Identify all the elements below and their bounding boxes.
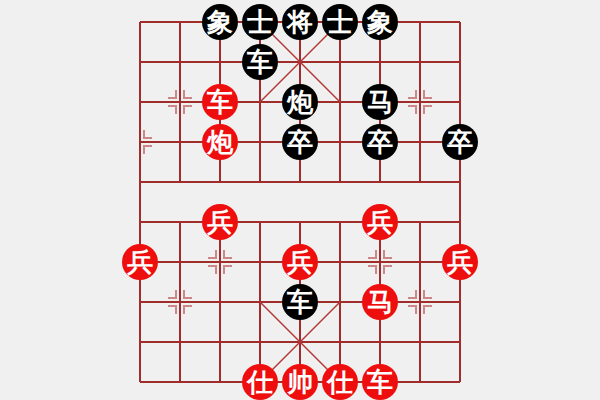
piece-red-soldier-3[interactable]: 兵 [122, 244, 158, 280]
piece-black-elephant-2[interactable]: 象 [362, 4, 398, 40]
piece-red-chariot-2[interactable]: 车 [362, 364, 398, 400]
piece-black-horse-1[interactable]: 马 [362, 84, 398, 120]
piece-red-soldier-2[interactable]: 兵 [362, 204, 398, 240]
piece-red-horse-1[interactable]: 马 [362, 284, 398, 320]
piece-black-soldier-1[interactable]: 卒 [282, 124, 318, 160]
xiangqi-board: 象士将士象车炮马卒卒卒车车炮兵兵兵兵兵马仕帅仕车 [120, 2, 480, 400]
piece-black-cannon-1[interactable]: 炮 [282, 84, 318, 120]
piece-black-elephant-1[interactable]: 象 [202, 4, 238, 40]
piece-red-advisor-2[interactable]: 仕 [322, 364, 358, 400]
piece-black-advisor-1[interactable]: 士 [242, 4, 278, 40]
piece-black-general[interactable]: 将 [282, 4, 318, 40]
piece-black-soldier-3[interactable]: 卒 [442, 124, 478, 160]
piece-black-chariot-2[interactable]: 车 [282, 284, 318, 320]
piece-black-soldier-2[interactable]: 卒 [362, 124, 398, 160]
piece-red-general[interactable]: 帅 [282, 364, 318, 400]
piece-red-cannon-1[interactable]: 炮 [202, 124, 238, 160]
piece-red-soldier-4[interactable]: 兵 [282, 244, 318, 280]
piece-red-advisor-1[interactable]: 仕 [242, 364, 278, 400]
xiangqi-app: 象士将士象车炮马卒卒卒车车炮兵兵兵兵兵马仕帅仕车 [0, 0, 600, 400]
piece-red-soldier-5[interactable]: 兵 [442, 244, 478, 280]
piece-black-chariot-1[interactable]: 车 [242, 44, 278, 80]
piece-red-soldier-1[interactable]: 兵 [202, 204, 238, 240]
piece-red-chariot-1[interactable]: 车 [202, 84, 238, 120]
piece-black-advisor-2[interactable]: 士 [322, 4, 358, 40]
